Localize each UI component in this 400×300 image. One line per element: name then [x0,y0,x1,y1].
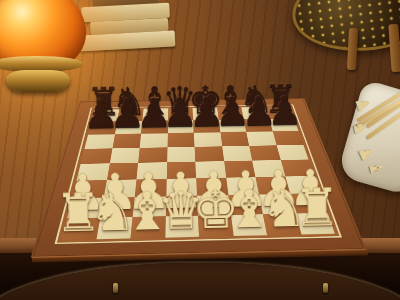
square-h6[interactable] [272,131,303,145]
white-rook-h1[interactable]: ♜ [294,182,341,235]
square-a6[interactable] [85,134,115,149]
square-h5[interactable] [276,145,308,160]
board-inlay-line: ♜♞♝♛♚♝♞♜♟♟♟♟♟♟♟♟♟♟♟♟♟♟♟♟♜♞♝♛♚♝♞♜ [55,104,342,244]
square-h7[interactable]: ♟ [269,118,299,131]
square-g6[interactable] [246,131,276,145]
chessboard: ♜♞♝♛♚♝♞♜♟♟♟♟♟♟♟♟♟♟♟♟♟♟♟♟♜♞♝♛♚♝♞♜ [31,98,367,258]
square-f5[interactable] [222,146,252,161]
lamp-base [6,70,70,92]
square-h1[interactable]: ♜ [295,213,335,235]
board-squares: ♜♞♝♛♚♝♞♜♟♟♟♟♟♟♟♟♟♟♟♟♟♟♟♟♜♞♝♛♚♝♞♜ [61,106,334,240]
square-d5[interactable] [167,147,196,163]
square-e5[interactable] [195,146,224,162]
square-d6[interactable] [167,133,194,147]
photo-scene: ♟ ♞ ♟ ♝ ♜♞♝♛♚♝♞♜♟♟♟♟♟♟♟♟♟♟♟♟♟♟♟♟♜♞♝♛♚♝♞♜ [0,0,400,300]
square-c5[interactable] [138,147,167,163]
square-b6[interactable] [112,134,141,148]
square-f6[interactable] [220,132,249,146]
square-g5[interactable] [249,145,280,160]
square-e6[interactable] [194,132,222,146]
square-b5[interactable] [109,148,139,164]
square-c6[interactable] [140,133,168,147]
black-pawn-h7[interactable]: ♟ [267,91,303,131]
square-a5[interactable] [81,148,112,164]
